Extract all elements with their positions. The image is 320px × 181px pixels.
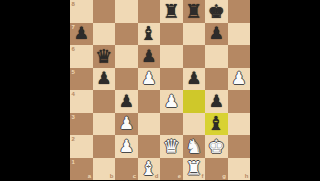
square-h7[interactable] — [228, 23, 251, 46]
file-label-b: b — [110, 173, 114, 179]
square-d4[interactable] — [138, 90, 161, 113]
square-d7[interactable]: ♝ — [138, 23, 161, 46]
rank-label-1: 1 — [72, 159, 75, 165]
square-h8[interactable] — [228, 0, 251, 23]
square-d3[interactable] — [138, 113, 161, 136]
square-g7[interactable]: ♟ — [205, 23, 228, 46]
letterbox-right — [250, 0, 320, 180]
piece-black-pawn-a7: ♟ — [74, 25, 89, 42]
piece-white-pawn-d5: ♟ — [141, 70, 156, 87]
square-d6[interactable]: ♟ — [138, 45, 161, 68]
square-f7[interactable] — [183, 23, 206, 46]
square-f4[interactable] — [183, 90, 206, 113]
square-h1[interactable]: h — [228, 158, 251, 181]
square-e6[interactable] — [160, 45, 183, 68]
rank-label-3: 3 — [72, 114, 75, 120]
square-a7[interactable]: 7♟ — [70, 23, 93, 46]
square-b1[interactable]: b — [93, 158, 116, 181]
file-label-g: g — [222, 173, 226, 179]
piece-black-pawn-c4: ♟ — [119, 92, 134, 109]
square-f3[interactable] — [183, 113, 206, 136]
piece-white-queen-e2: ♛ — [163, 136, 180, 155]
piece-black-king-g8: ♚ — [208, 1, 225, 20]
square-f6[interactable] — [183, 45, 206, 68]
square-h4[interactable] — [228, 90, 251, 113]
piece-white-bishop-d1: ♝ — [140, 159, 157, 178]
square-a1[interactable]: 1a — [70, 158, 93, 181]
square-c8[interactable] — [115, 0, 138, 23]
square-b3[interactable] — [93, 113, 116, 136]
piece-white-pawn-e4: ♟ — [164, 92, 179, 109]
square-a6[interactable]: 6 — [70, 45, 93, 68]
square-g3[interactable]: ♝ — [205, 113, 228, 136]
square-c3[interactable]: ♟ — [115, 113, 138, 136]
piece-white-rook-f1: ♜ — [185, 159, 202, 178]
square-b6[interactable]: ♛ — [93, 45, 116, 68]
square-c5[interactable] — [115, 68, 138, 91]
file-label-a: a — [88, 173, 91, 179]
square-b5[interactable]: ♟ — [93, 68, 116, 91]
piece-black-pawn-g4: ♟ — [209, 92, 224, 109]
piece-black-rook-e8: ♜ — [163, 1, 180, 20]
piece-white-king-g2: ♚ — [208, 136, 225, 155]
piece-black-bishop-d7: ♝ — [140, 24, 157, 43]
square-b2[interactable] — [93, 135, 116, 158]
square-e3[interactable] — [160, 113, 183, 136]
square-a2[interactable]: 2 — [70, 135, 93, 158]
piece-black-pawn-b5: ♟ — [96, 70, 111, 87]
square-e5[interactable] — [160, 68, 183, 91]
square-h6[interactable] — [228, 45, 251, 68]
square-g4[interactable]: ♟ — [205, 90, 228, 113]
square-d5[interactable]: ♟ — [138, 68, 161, 91]
square-h3[interactable] — [228, 113, 251, 136]
square-e7[interactable] — [160, 23, 183, 46]
square-h2[interactable] — [228, 135, 251, 158]
piece-black-pawn-g7: ♟ — [209, 25, 224, 42]
rank-label-8: 8 — [72, 1, 75, 7]
rank-label-5: 5 — [72, 69, 75, 75]
square-g8[interactable]: ♚ — [205, 0, 228, 23]
letterbox-left — [0, 0, 70, 180]
piece-black-queen-b6: ♛ — [95, 46, 112, 65]
square-f5[interactable]: ♟ — [183, 68, 206, 91]
rank-label-6: 6 — [72, 46, 75, 52]
square-a8[interactable]: 8 — [70, 0, 93, 23]
rank-label-2: 2 — [72, 136, 75, 142]
square-e8[interactable]: ♜ — [160, 0, 183, 23]
square-f8[interactable]: ♜ — [183, 0, 206, 23]
square-c1[interactable]: c — [115, 158, 138, 181]
square-g5[interactable] — [205, 68, 228, 91]
video-frame: 8♜♜♚7♟♝♟6♛♟5♟♟♟♟4♟♟♟3♟♝2♟♛♞♚1abcd♝ef♜gh — [0, 0, 320, 180]
piece-black-bishop-g3: ♝ — [208, 114, 225, 133]
square-b7[interactable] — [93, 23, 116, 46]
square-f1[interactable]: f♜ — [183, 158, 206, 181]
square-c7[interactable] — [115, 23, 138, 46]
piece-black-pawn-f5: ♟ — [186, 70, 201, 87]
square-f2[interactable]: ♞ — [183, 135, 206, 158]
rank-label-4: 4 — [72, 91, 75, 97]
square-g6[interactable] — [205, 45, 228, 68]
chess-board: 8♜♜♚7♟♝♟6♛♟5♟♟♟♟4♟♟♟3♟♝2♟♛♞♚1abcd♝ef♜gh — [70, 0, 250, 180]
piece-white-knight-f2: ♞ — [185, 136, 202, 155]
square-a4[interactable]: 4 — [70, 90, 93, 113]
piece-black-rook-f8: ♜ — [185, 1, 202, 20]
square-e2[interactable]: ♛ — [160, 135, 183, 158]
square-d1[interactable]: d♝ — [138, 158, 161, 181]
square-d2[interactable] — [138, 135, 161, 158]
piece-white-pawn-c3: ♟ — [119, 115, 134, 132]
square-c4[interactable]: ♟ — [115, 90, 138, 113]
file-label-c: c — [133, 173, 136, 179]
square-c2[interactable]: ♟ — [115, 135, 138, 158]
square-a3[interactable]: 3 — [70, 113, 93, 136]
piece-white-pawn-c2: ♟ — [119, 137, 134, 154]
piece-white-pawn-h5: ♟ — [231, 70, 246, 87]
square-d8[interactable] — [138, 0, 161, 23]
square-c6[interactable] — [115, 45, 138, 68]
square-e1[interactable]: e — [160, 158, 183, 181]
square-a5[interactable]: 5 — [70, 68, 93, 91]
piece-black-pawn-d6: ♟ — [141, 47, 156, 64]
square-b8[interactable] — [93, 0, 116, 23]
square-g2[interactable]: ♚ — [205, 135, 228, 158]
file-label-e: e — [178, 173, 181, 179]
square-b4[interactable] — [93, 90, 116, 113]
square-g1[interactable]: g — [205, 158, 228, 181]
square-e4[interactable]: ♟ — [160, 90, 183, 113]
file-label-h: h — [245, 173, 249, 179]
square-h5[interactable]: ♟ — [228, 68, 251, 91]
